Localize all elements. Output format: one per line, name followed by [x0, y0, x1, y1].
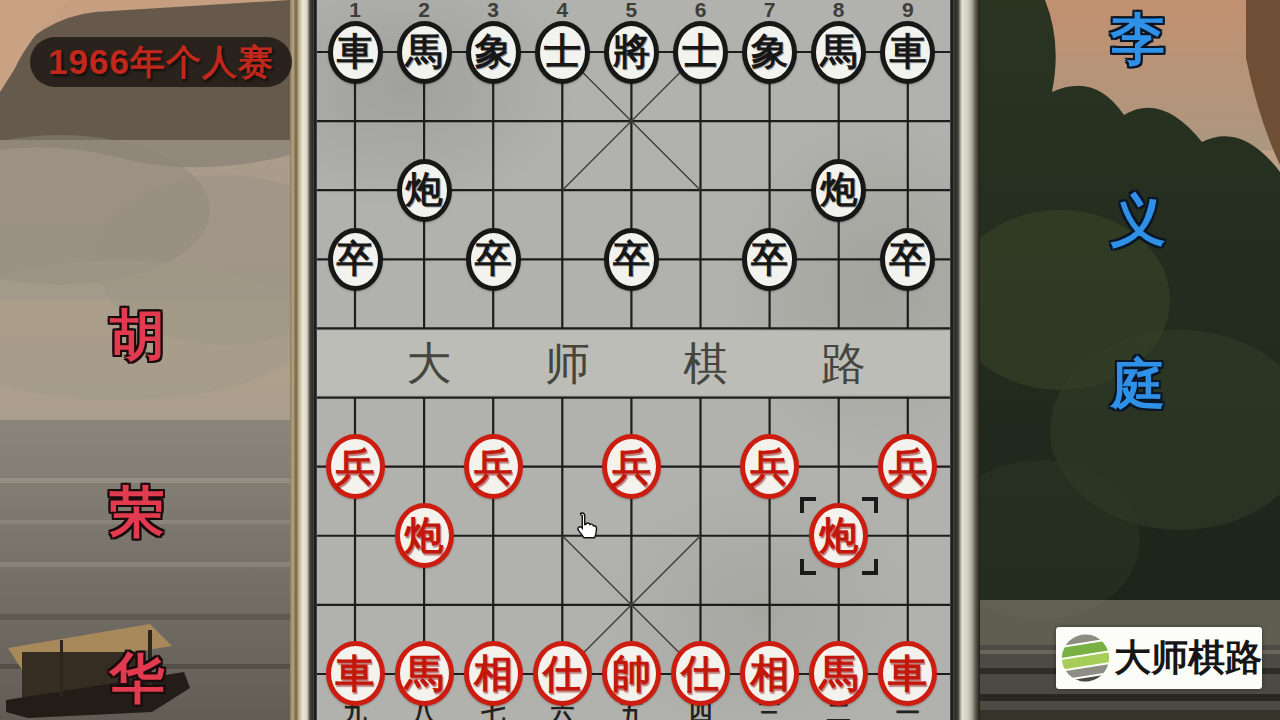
player-name-char: 义: [1106, 188, 1170, 252]
player-name-char: 李: [1106, 7, 1170, 71]
piece-character: 車: [888, 647, 927, 701]
piece-character: 馬: [820, 27, 857, 77]
piece-character: 卒: [337, 234, 374, 284]
river-watermark-char: 大: [403, 334, 455, 394]
board-piece-red[interactable]: 炮: [395, 503, 454, 568]
file-label-top: 6: [686, 0, 716, 22]
player-name-char: 荣: [105, 480, 169, 544]
board-piece-red[interactable]: 兵: [326, 434, 385, 499]
piece-character: 士: [544, 27, 581, 77]
board-piece-black[interactable]: 象: [466, 21, 521, 84]
piece-character: 馬: [406, 27, 443, 77]
piece-character: 馬: [405, 647, 444, 701]
piece-character: 兵: [612, 440, 651, 494]
event-badge-text: 1966年个人赛: [48, 39, 274, 86]
piece-character: 炮: [820, 165, 857, 215]
file-label-top: 7: [755, 0, 785, 22]
bracket-top-right-icon: [862, 497, 878, 513]
board-window: 123456789九八七六五四三二一大师棋路車馬象士將士象馬車炮炮卒卒卒卒卒兵兵…: [290, 0, 980, 720]
logo-text: 大师棋路: [1114, 633, 1262, 683]
piece-character: 將: [613, 27, 650, 77]
bracket-top-left-icon: [800, 497, 816, 513]
piece-character: 象: [751, 27, 788, 77]
hand-cursor: [570, 511, 600, 549]
board-piece-red[interactable]: 兵: [740, 434, 799, 499]
board-piece-black[interactable]: 炮: [397, 159, 452, 222]
board-piece-black[interactable]: 士: [673, 21, 728, 84]
bracket-bottom-left-icon: [800, 559, 816, 575]
board-piece-red[interactable]: 兵: [602, 434, 661, 499]
board-piece-black[interactable]: 車: [880, 21, 935, 84]
board-piece-black[interactable]: 將: [604, 21, 659, 84]
piece-character: 相: [750, 647, 789, 701]
board-piece-black[interactable]: 車: [328, 21, 383, 84]
board-piece-black[interactable]: 卒: [604, 228, 659, 291]
board-frame-right: [954, 0, 980, 720]
piece-character: 卒: [889, 234, 926, 284]
board-piece-black[interactable]: 卒: [880, 228, 935, 291]
logo-globe-icon: [1059, 631, 1112, 685]
board-piece-red[interactable]: 馬: [395, 641, 454, 706]
file-label-top: 9: [893, 0, 923, 22]
bracket-bottom-right-icon: [862, 559, 878, 575]
board-frame-left: [290, 0, 313, 720]
board-piece-black[interactable]: 卒: [742, 228, 797, 291]
piece-character: 士: [682, 27, 719, 77]
board-piece-red[interactable]: 車: [326, 641, 385, 706]
file-label-top: 2: [409, 0, 439, 22]
board-piece-black[interactable]: 象: [742, 21, 797, 84]
xiangqi-board[interactable]: 123456789九八七六五四三二一大师棋路車馬象士將士象馬車炮炮卒卒卒卒卒兵兵…: [313, 0, 954, 720]
player-name-char: 华: [105, 646, 169, 710]
piece-character: 炮: [405, 509, 444, 563]
board-piece-red[interactable]: 相: [464, 641, 523, 706]
file-label-top: 5: [616, 0, 646, 22]
event-badge: 1966年个人赛: [30, 37, 292, 87]
board-piece-black[interactable]: 士: [535, 21, 590, 84]
piece-character: 仕: [543, 647, 582, 701]
piece-character: 兵: [888, 440, 927, 494]
piece-character: 卒: [751, 234, 788, 284]
file-label-top: 8: [824, 0, 854, 22]
file-label-top: 4: [547, 0, 577, 22]
selection-brackets: [800, 497, 878, 575]
piece-character: 帥: [612, 647, 651, 701]
river-watermark-char: 棋: [680, 334, 732, 394]
piece-character: 炮: [406, 165, 443, 215]
piece-character: 仕: [681, 647, 720, 701]
piece-character: 卒: [613, 234, 650, 284]
file-label-top: 1: [340, 0, 370, 22]
board-piece-black[interactable]: 卒: [466, 228, 521, 291]
player-name-char: 胡: [105, 303, 169, 367]
piece-character: 象: [475, 27, 512, 77]
player-name-char: 庭: [1106, 352, 1170, 416]
channel-logo: 大师棋路: [1056, 627, 1262, 689]
file-label-top: 3: [478, 0, 508, 22]
piece-character: 兵: [750, 440, 789, 494]
piece-character: 兵: [474, 440, 513, 494]
piece-character: 相: [474, 647, 513, 701]
board-piece-red[interactable]: 帥: [602, 641, 661, 706]
river-watermark-char: 路: [818, 334, 870, 394]
piece-character: 馬: [819, 647, 858, 701]
piece-character: 車: [337, 27, 374, 77]
piece-character: 卒: [475, 234, 512, 284]
board-piece-black[interactable]: 馬: [397, 21, 452, 84]
board-piece-black[interactable]: 卒: [328, 228, 383, 291]
board-piece-black[interactable]: 炮: [811, 159, 866, 222]
piece-character: 車: [336, 647, 375, 701]
piece-character: 車: [889, 27, 926, 77]
board-piece-red[interactable]: 仕: [533, 641, 592, 706]
board-piece-black[interactable]: 馬: [811, 21, 866, 84]
board-piece-red[interactable]: 兵: [464, 434, 523, 499]
screenshot-root: 123456789九八七六五四三二一大师棋路車馬象士將士象馬車炮炮卒卒卒卒卒兵兵…: [0, 0, 1280, 720]
river-watermark-char: 师: [541, 334, 593, 394]
piece-character: 兵: [336, 440, 375, 494]
